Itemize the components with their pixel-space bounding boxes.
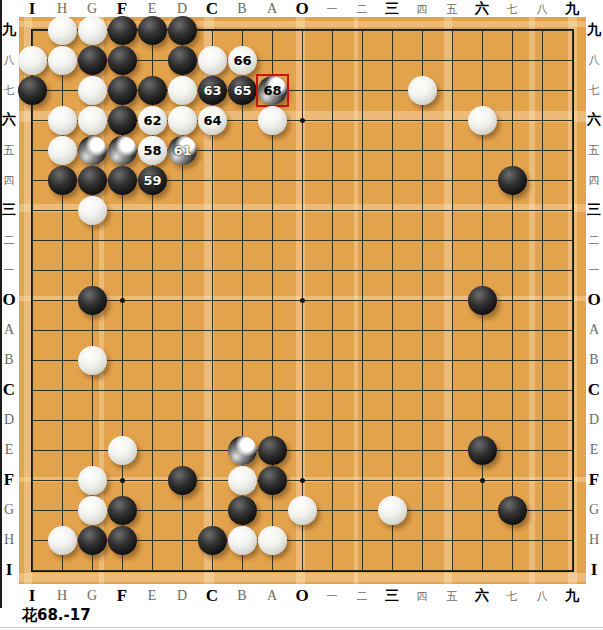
- coord-right-B: B: [589, 352, 598, 368]
- star-point: [300, 298, 305, 303]
- coord-bottom-七: 七: [507, 589, 518, 604]
- coord-bottom-I: I: [29, 586, 36, 606]
- stone-glossy-BE[interactable]: [228, 436, 257, 465]
- stone-black-GH[interactable]: [78, 526, 107, 555]
- star-point: [120, 298, 125, 303]
- coord-bottom-O: O: [295, 586, 308, 606]
- stone-black-F八[interactable]: [108, 46, 137, 75]
- stone-white-A六[interactable]: [258, 106, 287, 135]
- stone-black-七四[interactable]: [498, 166, 527, 195]
- stone-black-F七[interactable]: [108, 76, 137, 105]
- coord-top-七: 七: [507, 2, 518, 17]
- stone-black-I七[interactable]: [18, 76, 47, 105]
- stone-black-D九[interactable]: [168, 16, 197, 45]
- coord-left-一: 一: [4, 263, 15, 278]
- coord-left-E: E: [5, 442, 14, 458]
- star-point: [300, 478, 305, 483]
- coord-right-A: A: [589, 322, 599, 338]
- coord-bottom-一: 一: [327, 589, 338, 604]
- coord-bottom-三: 三: [385, 587, 399, 605]
- coord-left-O: O: [2, 290, 15, 310]
- stone-white-G六[interactable]: [78, 106, 107, 135]
- coord-bottom-八: 八: [537, 589, 548, 604]
- board-grid-line: [332, 30, 333, 571]
- move-number-65: 65: [233, 84, 251, 97]
- stone-white-D六[interactable]: [168, 106, 197, 135]
- stone-black-G八[interactable]: [78, 46, 107, 75]
- stone-white-H九[interactable]: [48, 16, 77, 45]
- stone-white-四七[interactable]: [408, 76, 437, 105]
- stone-black-F四[interactable]: [108, 166, 137, 195]
- coord-left-C: C: [3, 380, 15, 400]
- stone-white-GF[interactable]: [78, 466, 107, 495]
- coord-left-四: 四: [4, 173, 15, 188]
- board-grid-line: [542, 30, 543, 571]
- coord-bottom-B: B: [237, 588, 246, 604]
- stone-black-H四[interactable]: [48, 166, 77, 195]
- star-point: [120, 478, 125, 483]
- board-grid-line: [32, 570, 573, 571]
- stone-black-DF[interactable]: [168, 466, 197, 495]
- coord-top-F: F: [117, 0, 127, 19]
- stone-black-BG[interactable]: [228, 496, 257, 525]
- move-number-66: 66: [233, 54, 251, 67]
- coord-top-二: 二: [357, 2, 368, 17]
- coord-right-六: 六: [587, 111, 601, 129]
- board-grid-line: [452, 30, 453, 571]
- coord-top-A: A: [267, 1, 277, 17]
- stone-white-G三[interactable]: [78, 196, 107, 225]
- board-grid-line: [392, 30, 393, 571]
- stone-white-GG[interactable]: [78, 496, 107, 525]
- stone-black-七G[interactable]: [498, 496, 527, 525]
- stone-black-AE[interactable]: [258, 436, 287, 465]
- coord-left-三: 三: [2, 201, 16, 219]
- stone-black-FH[interactable]: [108, 526, 137, 555]
- coord-top-三: 三: [385, 0, 399, 18]
- coord-top-I: I: [29, 0, 36, 19]
- stone-white-G七[interactable]: [78, 76, 107, 105]
- board-grid-line: [32, 360, 573, 361]
- coord-right-八: 八: [589, 53, 600, 68]
- stone-black-六E[interactable]: [468, 436, 497, 465]
- coord-bottom-F: F: [117, 586, 127, 606]
- go-diagram-screen: 花68.-17 666365686264586159IIHHGGFFEEDDCC…: [0, 0, 603, 630]
- move-number-59: 59: [143, 174, 161, 187]
- coord-right-H: H: [589, 532, 599, 548]
- coord-left-五: 五: [4, 143, 15, 158]
- stone-black-CH[interactable]: [198, 526, 227, 555]
- coord-top-D: D: [177, 1, 187, 17]
- stone-white-H六[interactable]: [48, 106, 77, 135]
- stone-white-FE[interactable]: [108, 436, 137, 465]
- coord-left-G: G: [4, 502, 14, 518]
- board-grid-line: [572, 30, 573, 571]
- coord-top-八: 八: [537, 2, 548, 17]
- coord-left-B: B: [4, 352, 13, 368]
- coord-top-E: E: [148, 1, 157, 17]
- stone-white-G九[interactable]: [78, 16, 107, 45]
- bottom-divider-line: [0, 627, 603, 628]
- coord-left-七: 七: [4, 83, 15, 98]
- board-grid-line: [32, 390, 573, 391]
- star-point: [300, 118, 305, 123]
- stone-white-六六[interactable]: [468, 106, 497, 135]
- coord-right-F: F: [589, 470, 599, 490]
- stone-white-H五[interactable]: [48, 136, 77, 165]
- coord-left-二: 二: [4, 233, 15, 248]
- stone-white-H八[interactable]: [48, 46, 77, 75]
- coord-bottom-六: 六: [475, 587, 489, 605]
- move-number-58: 58: [143, 144, 161, 157]
- stone-black-B七[interactable]: 65: [228, 76, 257, 105]
- coord-left-I: I: [6, 560, 13, 580]
- wood-grain-stripe: [19, 573, 586, 582]
- coord-top-H: H: [57, 1, 67, 17]
- board-grid-line: [32, 330, 573, 331]
- stone-white-E五[interactable]: 58: [138, 136, 167, 165]
- coord-bottom-H: H: [57, 588, 67, 604]
- stone-white-OG[interactable]: [288, 496, 317, 525]
- board-grid-line: [32, 420, 573, 421]
- coord-bottom-四: 四: [417, 589, 428, 604]
- stone-black-六O[interactable]: [468, 286, 497, 315]
- stone-black-C七[interactable]: 63: [198, 76, 227, 105]
- coord-right-O: O: [587, 290, 600, 310]
- coord-top-五: 五: [447, 2, 458, 17]
- coord-right-三: 三: [587, 201, 601, 219]
- coord-right-五: 五: [589, 143, 600, 158]
- stone-white-三G[interactable]: [378, 496, 407, 525]
- coord-top-六: 六: [475, 0, 489, 18]
- coord-left-D: D: [4, 412, 14, 428]
- coord-bottom-C: C: [206, 586, 218, 606]
- coord-left-九: 九: [2, 21, 16, 39]
- coord-left-A: A: [4, 322, 14, 338]
- coord-right-四: 四: [589, 173, 600, 188]
- coord-right-D: D: [589, 412, 599, 428]
- stone-black-G四[interactable]: [78, 166, 107, 195]
- board-grid-line: [512, 30, 513, 571]
- coord-bottom-G: G: [87, 588, 97, 604]
- stone-white-C八[interactable]: [198, 46, 227, 75]
- coord-top-C: C: [206, 0, 218, 19]
- coord-right-一: 一: [589, 263, 600, 278]
- coord-left-F: F: [4, 470, 14, 490]
- coord-top-九: 九: [565, 0, 579, 18]
- coord-bottom-九: 九: [565, 587, 579, 605]
- coord-left-六: 六: [2, 111, 16, 129]
- stone-black-GO[interactable]: [78, 286, 107, 315]
- move-number-62: 62: [143, 114, 161, 127]
- stone-white-D七[interactable]: [168, 76, 197, 105]
- stone-glossy-F五[interactable]: [108, 136, 137, 165]
- stone-black-AF[interactable]: [258, 466, 287, 495]
- coord-right-C: C: [588, 380, 600, 400]
- last-move-marker: [256, 74, 289, 107]
- diagram-caption: 花68.-17: [22, 606, 91, 625]
- move-number-61: 61: [173, 144, 191, 157]
- coord-top-B: B: [237, 1, 246, 17]
- coord-right-七: 七: [589, 83, 600, 98]
- stone-white-E六[interactable]: 62: [138, 106, 167, 135]
- coord-top-G: G: [87, 1, 97, 17]
- stone-black-D八[interactable]: [168, 46, 197, 75]
- stone-black-E九[interactable]: [138, 16, 167, 45]
- coord-right-I: I: [591, 560, 598, 580]
- stone-white-I八[interactable]: [18, 46, 47, 75]
- stone-black-E四[interactable]: 59: [138, 166, 167, 195]
- stone-white-AH[interactable]: [258, 526, 287, 555]
- stone-white-HH[interactable]: [48, 526, 77, 555]
- coord-bottom-五: 五: [447, 589, 458, 604]
- move-number-63: 63: [203, 84, 221, 97]
- coord-bottom-D: D: [177, 588, 187, 604]
- stone-white-BF[interactable]: [228, 466, 257, 495]
- board-grid-line: [362, 30, 363, 571]
- coord-top-四: 四: [417, 2, 428, 17]
- stone-white-GB[interactable]: [78, 346, 107, 375]
- coord-bottom-二: 二: [357, 589, 368, 604]
- coord-right-G: G: [589, 502, 599, 518]
- stone-glossy-D五[interactable]: 61: [168, 136, 197, 165]
- stone-black-FG[interactable]: [108, 496, 137, 525]
- stone-white-C六[interactable]: 64: [198, 106, 227, 135]
- star-point: [480, 478, 485, 483]
- coord-right-E: E: [590, 442, 599, 458]
- coord-top-一: 一: [327, 2, 338, 17]
- coord-right-九: 九: [587, 21, 601, 39]
- coord-bottom-E: E: [148, 588, 157, 604]
- stone-black-F九[interactable]: [108, 16, 137, 45]
- stone-white-B八[interactable]: 66: [228, 46, 257, 75]
- coord-top-O: O: [295, 0, 308, 19]
- stone-glossy-G五[interactable]: [78, 136, 107, 165]
- coord-left-H: H: [4, 532, 14, 548]
- coord-left-八: 八: [4, 53, 15, 68]
- board-grid-line: [422, 30, 423, 571]
- stone-black-E七[interactable]: [138, 76, 167, 105]
- coord-right-二: 二: [589, 233, 600, 248]
- stone-white-BH[interactable]: [228, 526, 257, 555]
- stone-black-F六[interactable]: [108, 106, 137, 135]
- coord-bottom-A: A: [267, 588, 277, 604]
- move-number-64: 64: [203, 114, 221, 127]
